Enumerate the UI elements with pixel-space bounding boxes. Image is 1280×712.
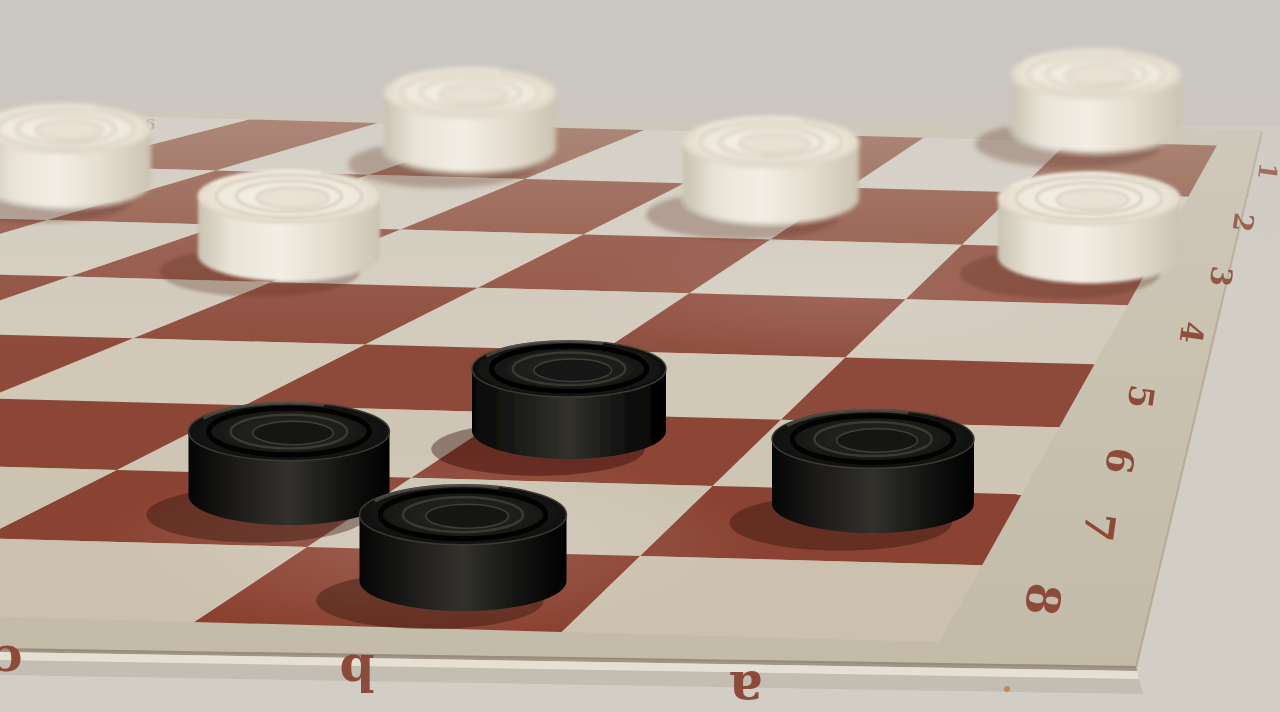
- piece-center-disc: [426, 504, 509, 528]
- piece-center-disc: [1056, 189, 1129, 210]
- piece-center-disc: [35, 120, 103, 140]
- piece-center-disc: [837, 429, 918, 452]
- board-scene: cbagc12345678: [0, 0, 1280, 712]
- piece-center-disc: [253, 421, 333, 444]
- file-label-a: a: [729, 660, 763, 712]
- table-crumb: [1004, 686, 1010, 692]
- file-label-b: b: [340, 643, 375, 702]
- checkers-board-photo: cbagc12345678: [0, 0, 1280, 712]
- piece-center-disc: [739, 133, 809, 153]
- piece-center-disc: [534, 359, 612, 382]
- piece-center-disc: [439, 84, 508, 104]
- piece-center-disc: [256, 187, 329, 208]
- piece-center-disc: [1065, 65, 1133, 85]
- file-label-c: c: [0, 635, 23, 691]
- checker-white-f2[interactable]: [0, 104, 151, 222]
